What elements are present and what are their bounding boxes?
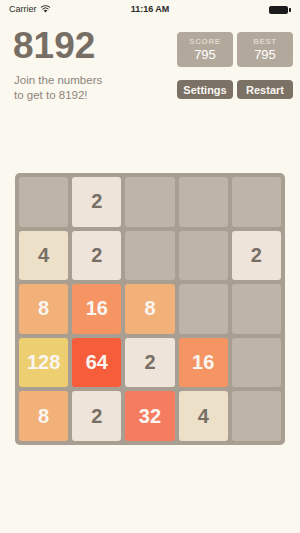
restart-button[interactable]: Restart	[237, 80, 293, 99]
game-board[interactable]: 242281681286421682324	[15, 173, 285, 445]
subtitle-line1: Join the numbers	[14, 73, 102, 88]
empty-cell	[232, 284, 281, 334]
tile-16: 16	[72, 284, 121, 334]
tile-8: 8	[19, 284, 68, 334]
tile-2: 2	[125, 338, 174, 388]
empty-cell	[125, 177, 174, 227]
empty-cell	[179, 231, 228, 281]
best-box: BEST 795	[237, 32, 293, 67]
empty-cell	[125, 231, 174, 281]
empty-cell	[232, 177, 281, 227]
page-title: 8192	[13, 27, 95, 64]
subtitle-line2: to get to 8192!	[14, 88, 102, 103]
settings-button[interactable]: Settings	[177, 80, 233, 99]
empty-cell	[179, 177, 228, 227]
tile-4: 4	[179, 391, 228, 441]
empty-cell	[19, 177, 68, 227]
battery-icon	[269, 6, 288, 14]
tile-8: 8	[19, 391, 68, 441]
best-value: 795	[237, 46, 293, 62]
tile-2: 2	[72, 391, 121, 441]
status-bar: Carrier 11:16 AM	[0, 0, 300, 19]
tile-16: 16	[179, 338, 228, 388]
empty-cell	[179, 284, 228, 334]
tile-64: 64	[72, 338, 121, 388]
best-label: BEST	[237, 32, 293, 46]
score-value: 795	[177, 46, 233, 62]
tile-4: 4	[19, 231, 68, 281]
subtitle: Join the numbers to get to 8192!	[14, 73, 102, 103]
empty-cell	[232, 338, 281, 388]
tile-2: 2	[72, 177, 121, 227]
tile-32: 32	[125, 391, 174, 441]
clock: 11:16 AM	[0, 4, 300, 14]
tile-2: 2	[232, 231, 281, 281]
tile-2: 2	[72, 231, 121, 281]
tile-8: 8	[125, 284, 174, 334]
tile-128: 128	[19, 338, 68, 388]
score-box: SCORE 795	[177, 32, 233, 67]
score-label: SCORE	[177, 32, 233, 46]
empty-cell	[232, 391, 281, 441]
